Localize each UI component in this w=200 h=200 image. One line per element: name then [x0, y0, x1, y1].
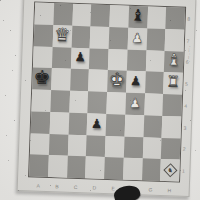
square-b6[interactable]: [52, 47, 71, 69]
square-c4[interactable]: [69, 91, 88, 113]
square-d2[interactable]: [86, 135, 105, 157]
square-f8[interactable]: ♝: [128, 6, 147, 28]
rank-label-1: 1: [179, 160, 188, 182]
square-g8[interactable]: [147, 6, 166, 28]
square-b8[interactable]: [53, 3, 72, 25]
rank-label-5: 5: [182, 73, 191, 95]
square-c7[interactable]: [71, 26, 90, 48]
square-b4[interactable]: [50, 90, 69, 112]
black-pawn-c6[interactable]: ♟: [74, 51, 86, 64]
file-labels: ABCDEFGH: [29, 182, 179, 194]
board-photo: ♝♛♟♟♝♚♚♟♜♟♟♞ ABCDEFGH 87654321 ·…·…·: [0, 0, 200, 200]
square-a5[interactable]: ♚: [32, 68, 51, 90]
file-label-c: C: [66, 184, 85, 192]
square-f2[interactable]: [124, 136, 143, 158]
square-c6[interactable]: ♟: [70, 47, 89, 69]
square-b5[interactable]: [51, 68, 70, 90]
square-f5[interactable]: ♟: [126, 71, 145, 93]
file-label-g: G: [141, 186, 160, 194]
white-pawn-f7[interactable]: ♟: [131, 31, 143, 44]
square-g1[interactable]: [142, 159, 161, 181]
square-d4[interactable]: [88, 91, 107, 113]
square-b2[interactable]: [49, 134, 68, 156]
white-pawn-f4[interactable]: ♟: [129, 96, 141, 109]
square-d7[interactable]: [90, 26, 109, 48]
square-c8[interactable]: [72, 4, 91, 26]
square-b1[interactable]: [48, 155, 67, 177]
square-f3[interactable]: [124, 114, 143, 136]
square-a1[interactable]: [29, 155, 48, 177]
square-g4[interactable]: [144, 93, 163, 115]
square-e8[interactable]: [109, 5, 128, 27]
square-g2[interactable]: [142, 137, 161, 159]
square-d6[interactable]: [89, 48, 108, 70]
square-d3[interactable]: ♟: [87, 113, 106, 135]
square-c3[interactable]: [68, 112, 87, 134]
rank-label-2: 2: [180, 138, 189, 160]
rank-label-3: 3: [181, 116, 190, 138]
square-h4[interactable]: [163, 94, 182, 116]
square-d1[interactable]: [85, 157, 104, 179]
square-c1[interactable]: [67, 156, 86, 178]
square-h8[interactable]: [166, 7, 185, 29]
square-c5[interactable]: [70, 69, 89, 91]
square-e4[interactable]: [106, 92, 125, 114]
white-queen-b7[interactable]: ♛: [54, 25, 71, 44]
square-f1[interactable]: [123, 158, 142, 180]
brand-text: ·…·…·: [187, 46, 193, 63]
square-f7[interactable]: ♟: [127, 27, 146, 49]
file-label-h: H: [160, 187, 179, 195]
square-b7[interactable]: ♛: [52, 25, 71, 47]
black-pawn-d3[interactable]: ♟: [91, 117, 103, 130]
square-a2[interactable]: [30, 133, 49, 155]
square-g7[interactable]: [146, 28, 165, 50]
square-h3[interactable]: [162, 116, 181, 138]
square-e1[interactable]: [104, 157, 123, 179]
square-a3[interactable]: [31, 111, 50, 133]
square-f6[interactable]: [127, 49, 146, 71]
square-b3[interactable]: [49, 112, 68, 134]
square-g3[interactable]: [143, 115, 162, 137]
square-a8[interactable]: [34, 2, 53, 24]
square-h2[interactable]: [161, 137, 180, 159]
board-grid: ♝♛♟♟♝♚♚♟♜♟♟♞: [29, 2, 185, 181]
file-label-d: D: [85, 184, 104, 192]
square-g6[interactable]: [145, 50, 164, 72]
rank-label-8: 8: [184, 8, 193, 30]
board-corner-logo: ♞: [163, 163, 177, 177]
square-e2[interactable]: [105, 135, 124, 157]
playing-area: ♝♛♟♟♝♚♚♟♜♟♟♞: [29, 2, 185, 181]
square-a7[interactable]: [34, 24, 53, 46]
square-d8[interactable]: [91, 4, 110, 26]
black-bishop-f8[interactable]: ♝: [130, 7, 145, 23]
square-h5[interactable]: ♜: [163, 72, 182, 94]
square-h1[interactable]: ♞: [160, 159, 179, 181]
square-d5[interactable]: [88, 70, 107, 92]
black-pawn-f5[interactable]: ♟: [130, 74, 142, 87]
white-rook-h5[interactable]: ♜: [166, 75, 180, 90]
file-label-a: A: [29, 182, 48, 190]
black-king-a5[interactable]: ♚: [33, 68, 51, 88]
square-h6[interactable]: ♝: [164, 51, 183, 73]
square-h7[interactable]: [165, 29, 184, 51]
white-bishop-h6[interactable]: ♝: [166, 52, 181, 68]
square-c2[interactable]: [67, 134, 86, 156]
logo-knight-icon: ♞: [167, 167, 173, 173]
square-e3[interactable]: [106, 114, 125, 136]
white-king-e5[interactable]: ♚: [108, 70, 126, 90]
file-label-b: B: [47, 183, 66, 191]
chess-board: ♝♛♟♟♝♚♚♟♜♟♟♞ ABCDEFGH 87654321 ·…·…·: [17, 0, 197, 197]
square-f4[interactable]: ♟: [125, 93, 144, 115]
square-a4[interactable]: [31, 89, 50, 111]
square-g5[interactable]: [145, 72, 164, 94]
rank-label-4: 4: [181, 95, 190, 117]
square-e7[interactable]: [109, 27, 128, 49]
square-e5[interactable]: ♚: [107, 70, 126, 92]
